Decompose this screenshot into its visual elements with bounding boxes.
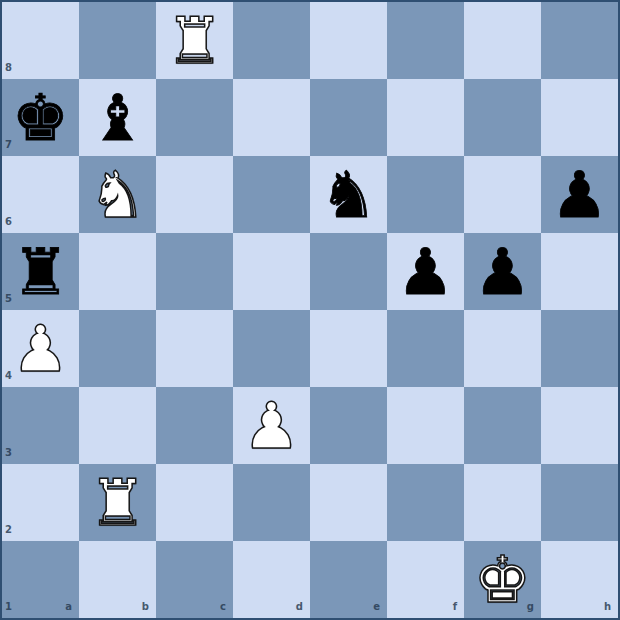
rank-label-3: 3	[5, 448, 12, 458]
square-b4[interactable]	[79, 310, 156, 387]
rank-label-6: 6	[5, 217, 12, 227]
square-e8[interactable]	[310, 2, 387, 79]
square-g3[interactable]	[464, 387, 541, 464]
square-a6[interactable]: 6	[2, 156, 79, 233]
file-label-c: c	[220, 602, 226, 612]
square-d4[interactable]	[233, 310, 310, 387]
square-f1[interactable]: f	[387, 541, 464, 618]
square-a5[interactable]: 5♜	[2, 233, 79, 310]
square-f5[interactable]: ♟	[387, 233, 464, 310]
square-e7[interactable]	[310, 79, 387, 156]
black-pawn-h6[interactable]: ♟	[551, 163, 608, 227]
square-h5[interactable]	[541, 233, 618, 310]
square-h3[interactable]	[541, 387, 618, 464]
square-h4[interactable]	[541, 310, 618, 387]
square-h6[interactable]: ♟	[541, 156, 618, 233]
square-f4[interactable]	[387, 310, 464, 387]
square-e6[interactable]: ♞	[310, 156, 387, 233]
square-a1[interactable]: 1a	[2, 541, 79, 618]
square-g7[interactable]	[464, 79, 541, 156]
white-pawn-d3[interactable]: ♟	[243, 394, 300, 458]
square-f3[interactable]	[387, 387, 464, 464]
square-c5[interactable]	[156, 233, 233, 310]
square-d3[interactable]: ♟	[233, 387, 310, 464]
square-c7[interactable]	[156, 79, 233, 156]
square-e2[interactable]	[310, 464, 387, 541]
square-e3[interactable]	[310, 387, 387, 464]
file-label-a: a	[65, 602, 72, 612]
square-d6[interactable]	[233, 156, 310, 233]
square-d7[interactable]	[233, 79, 310, 156]
rank-label-2: 2	[5, 525, 12, 535]
square-g6[interactable]	[464, 156, 541, 233]
square-a7[interactable]: 7♚	[2, 79, 79, 156]
square-d1[interactable]: d	[233, 541, 310, 618]
white-pawn-a4[interactable]: ♟	[12, 317, 69, 381]
square-b3[interactable]	[79, 387, 156, 464]
square-b2[interactable]: ♜	[79, 464, 156, 541]
square-d5[interactable]	[233, 233, 310, 310]
square-b6[interactable]: ♞	[79, 156, 156, 233]
square-g5[interactable]: ♟	[464, 233, 541, 310]
square-f8[interactable]	[387, 2, 464, 79]
white-king-g1[interactable]: ♚	[474, 548, 531, 612]
file-label-h: h	[604, 602, 611, 612]
square-f2[interactable]	[387, 464, 464, 541]
square-h2[interactable]	[541, 464, 618, 541]
square-g2[interactable]	[464, 464, 541, 541]
white-rook-b2[interactable]: ♜	[89, 471, 146, 535]
square-c4[interactable]	[156, 310, 233, 387]
square-a3[interactable]: 3	[2, 387, 79, 464]
black-pawn-g5[interactable]: ♟	[474, 240, 531, 304]
square-b8[interactable]	[79, 2, 156, 79]
white-knight-b6[interactable]: ♞	[89, 163, 146, 227]
square-g4[interactable]	[464, 310, 541, 387]
chess-board: 8♜7♚♝6♞♞♟5♜♟♟4♟3♟2♜1abcdefg♚h	[0, 0, 620, 620]
square-h8[interactable]	[541, 2, 618, 79]
square-d8[interactable]	[233, 2, 310, 79]
square-e1[interactable]: e	[310, 541, 387, 618]
square-e4[interactable]	[310, 310, 387, 387]
square-b5[interactable]	[79, 233, 156, 310]
square-a4[interactable]: 4♟	[2, 310, 79, 387]
square-c8[interactable]: ♜	[156, 2, 233, 79]
square-f6[interactable]	[387, 156, 464, 233]
black-knight-e6[interactable]: ♞	[320, 163, 377, 227]
square-b1[interactable]: b	[79, 541, 156, 618]
file-label-f: f	[453, 602, 457, 612]
file-label-b: b	[142, 602, 149, 612]
square-g1[interactable]: g♚	[464, 541, 541, 618]
black-king-a7[interactable]: ♚	[12, 86, 69, 150]
square-d2[interactable]	[233, 464, 310, 541]
square-c1[interactable]: c	[156, 541, 233, 618]
square-h7[interactable]	[541, 79, 618, 156]
black-bishop-b7[interactable]: ♝	[89, 86, 146, 150]
square-c2[interactable]	[156, 464, 233, 541]
file-label-e: e	[373, 602, 380, 612]
rank-label-8: 8	[5, 63, 12, 73]
black-pawn-f5[interactable]: ♟	[397, 240, 454, 304]
square-c6[interactable]	[156, 156, 233, 233]
square-b7[interactable]: ♝	[79, 79, 156, 156]
square-f7[interactable]	[387, 79, 464, 156]
rank-label-1: 1	[5, 602, 12, 612]
square-c3[interactable]	[156, 387, 233, 464]
square-a2[interactable]: 2	[2, 464, 79, 541]
square-h1[interactable]: h	[541, 541, 618, 618]
file-label-d: d	[296, 602, 303, 612]
white-rook-c8[interactable]: ♜	[166, 9, 223, 73]
square-e5[interactable]	[310, 233, 387, 310]
square-g8[interactable]	[464, 2, 541, 79]
black-rook-a5[interactable]: ♜	[12, 240, 69, 304]
square-a8[interactable]: 8	[2, 2, 79, 79]
